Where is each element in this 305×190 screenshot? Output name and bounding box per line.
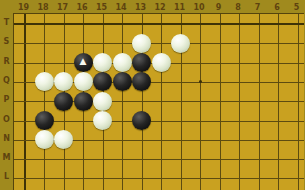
row-label-Q: Q <box>0 76 13 86</box>
column-label-17: 17 <box>53 2 73 13</box>
black-stone-O18[interactable] <box>35 111 54 130</box>
white-stone-N17[interactable] <box>54 130 73 149</box>
go-board[interactable]: ▲ <box>13 13 304 190</box>
black-stone-P17[interactable] <box>54 92 73 111</box>
white-stone-Q17[interactable] <box>54 72 73 91</box>
column-label-15: 15 <box>92 2 112 13</box>
white-stone-O15[interactable] <box>93 111 112 130</box>
black-stone-P16[interactable] <box>74 92 93 111</box>
column-label-18: 18 <box>33 2 53 13</box>
column-label-16: 16 <box>72 2 92 13</box>
black-stone-Q14[interactable] <box>113 72 132 91</box>
column-label-19: 19 <box>14 2 34 13</box>
black-stone-O13[interactable] <box>132 111 151 130</box>
column-label-5: 5 <box>287 2 305 13</box>
white-stone-P15[interactable] <box>93 92 112 111</box>
row-label-L: L <box>0 172 13 182</box>
row-label-N: N <box>0 134 13 144</box>
column-label-8: 8 <box>228 2 248 13</box>
column-label-14: 14 <box>111 2 131 13</box>
column-label-13: 13 <box>131 2 151 13</box>
black-stone-R13[interactable] <box>132 53 151 72</box>
row-label-P: P <box>0 95 13 105</box>
white-stone-Q18[interactable] <box>35 72 54 91</box>
white-stone-N18[interactable] <box>35 130 54 149</box>
row-label-T: T <box>0 18 13 28</box>
column-label-12: 12 <box>150 2 170 13</box>
black-stone-Q15[interactable] <box>93 72 112 91</box>
grid-line-row-O <box>14 121 304 122</box>
black-stone-R16[interactable] <box>74 53 93 72</box>
white-stone-S13[interactable] <box>132 34 151 53</box>
column-label-6: 6 <box>267 2 287 13</box>
star-point-Q10 <box>199 80 202 83</box>
column-label-9: 9 <box>209 2 229 13</box>
column-label-11: 11 <box>170 2 190 13</box>
row-label-S: S <box>0 37 13 47</box>
row-label-O: O <box>0 115 13 125</box>
white-stone-S11[interactable] <box>171 34 190 53</box>
grid-line-row-T <box>14 23 304 25</box>
white-stone-R15[interactable] <box>93 53 112 72</box>
white-stone-R14[interactable] <box>113 53 132 72</box>
grid-line-row-S <box>14 43 304 44</box>
white-stone-Q16[interactable] <box>74 72 93 91</box>
white-stone-R12[interactable] <box>152 53 171 72</box>
row-label-M: M <box>0 153 13 163</box>
grid-line-row-L <box>14 178 304 179</box>
grid-line-row-M <box>14 159 304 160</box>
column-label-7: 7 <box>248 2 268 13</box>
row-label-R: R <box>0 57 13 67</box>
go-app-screen: ▲ 1918171615141312111098765 TSRQPONML <box>0 0 304 190</box>
column-label-10: 10 <box>189 2 209 13</box>
black-stone-Q13[interactable] <box>132 72 151 91</box>
